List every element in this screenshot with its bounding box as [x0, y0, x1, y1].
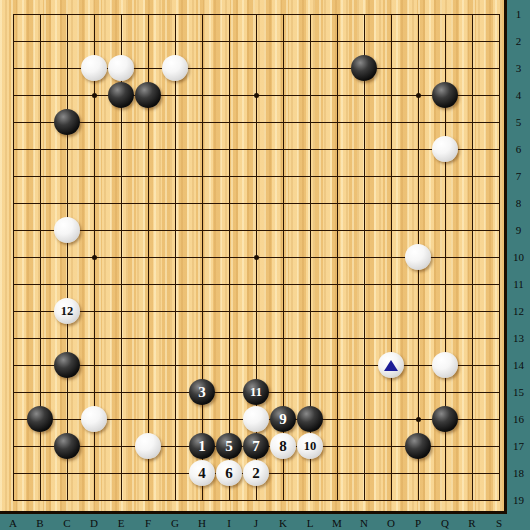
star-point	[254, 93, 259, 98]
column-label-K: K	[273, 517, 293, 529]
stone-black-I17: 5	[216, 433, 242, 459]
column-label-C: C	[57, 517, 77, 529]
column-label-G: G	[165, 517, 185, 529]
stone-black-J17: 7	[243, 433, 269, 459]
row-label-5: 5	[507, 116, 530, 128]
column-label-D: D	[84, 517, 104, 529]
stone-black-C14	[54, 352, 80, 378]
column-label-Q: Q	[435, 517, 455, 529]
stone-black-H15: 3	[189, 379, 215, 405]
stone-white-F17	[135, 433, 161, 459]
stone-black-Q16	[432, 406, 458, 432]
triangle-marker-icon	[384, 360, 398, 371]
row-label-2: 2	[507, 35, 530, 47]
move-number-label: 3	[198, 385, 206, 400]
stone-white-O14	[378, 352, 404, 378]
goban[interactable]: 123119157810462	[0, 0, 507, 514]
column-label-O: O	[381, 517, 401, 529]
stone-black-E4	[108, 82, 134, 108]
column-label-A: A	[3, 517, 23, 529]
stone-white-H18: 4	[189, 460, 215, 486]
stone-black-C17	[54, 433, 80, 459]
column-label-H: H	[192, 517, 212, 529]
stone-black-K16: 9	[270, 406, 296, 432]
stone-white-J16	[243, 406, 269, 432]
row-label-7: 7	[507, 170, 530, 182]
row-label-6: 6	[507, 143, 530, 155]
row-label-11: 11	[507, 278, 530, 290]
stone-white-P10	[405, 244, 431, 270]
stone-white-D16	[81, 406, 107, 432]
stone-black-J15: 11	[243, 379, 269, 405]
column-label-I: I	[219, 517, 239, 529]
star-point	[254, 255, 259, 260]
move-number-label: 2	[252, 466, 260, 481]
stone-white-C12: 12	[54, 298, 80, 324]
star-point	[92, 255, 97, 260]
column-label-J: J	[246, 517, 266, 529]
stone-white-K17: 8	[270, 433, 296, 459]
stone-white-C9	[54, 217, 80, 243]
star-point	[92, 93, 97, 98]
star-point	[416, 93, 421, 98]
row-label-10: 10	[507, 251, 530, 263]
stone-white-L17: 10	[297, 433, 323, 459]
row-label-14: 14	[507, 359, 530, 371]
column-label-P: P	[408, 517, 428, 529]
column-label-S: S	[489, 517, 509, 529]
column-label-R: R	[462, 517, 482, 529]
move-number-label: 11	[250, 386, 262, 399]
column-label-M: M	[327, 517, 347, 529]
stone-white-E3	[108, 55, 134, 81]
go-board-window: 123119157810462 123456789101112131415161…	[0, 0, 530, 530]
stone-white-Q6	[432, 136, 458, 162]
column-label-B: B	[30, 517, 50, 529]
stone-black-L16	[297, 406, 323, 432]
row-label-3: 3	[507, 62, 530, 74]
column-label-F: F	[138, 517, 158, 529]
move-number-label: 5	[225, 439, 233, 454]
move-number-label: 10	[304, 440, 317, 453]
stone-black-N3	[351, 55, 377, 81]
column-label-L: L	[300, 517, 320, 529]
stone-white-J18: 2	[243, 460, 269, 486]
move-number-label: 7	[252, 439, 260, 454]
column-label-E: E	[111, 517, 131, 529]
row-label-15: 15	[507, 386, 530, 398]
stone-white-Q14	[432, 352, 458, 378]
move-number-label: 4	[198, 466, 206, 481]
stone-black-F4	[135, 82, 161, 108]
move-number-label: 6	[225, 466, 233, 481]
stone-black-C5	[54, 109, 80, 135]
row-label-4: 4	[507, 89, 530, 101]
move-number-label: 8	[279, 439, 287, 454]
row-label-19: 19	[507, 494, 530, 506]
column-label-N: N	[354, 517, 374, 529]
star-point	[416, 417, 421, 422]
stone-black-Q4	[432, 82, 458, 108]
stone-white-G3	[162, 55, 188, 81]
stone-black-P17	[405, 433, 431, 459]
row-label-17: 17	[507, 440, 530, 452]
row-label-18: 18	[507, 467, 530, 479]
stone-black-H17: 1	[189, 433, 215, 459]
stone-black-B16	[27, 406, 53, 432]
stone-white-I18: 6	[216, 460, 242, 486]
row-label-16: 16	[507, 413, 530, 425]
row-label-1: 1	[507, 8, 530, 20]
row-label-12: 12	[507, 305, 530, 317]
row-label-9: 9	[507, 224, 530, 236]
move-number-label: 1	[198, 439, 206, 454]
row-label-8: 8	[507, 197, 530, 209]
stone-white-D3	[81, 55, 107, 81]
move-number-label: 12	[61, 305, 74, 318]
row-label-13: 13	[507, 332, 530, 344]
move-number-label: 9	[279, 412, 287, 427]
